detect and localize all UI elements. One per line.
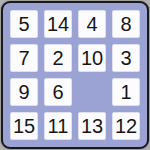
tile-14[interactable]: 14 (44, 10, 72, 38)
tile-6[interactable]: 6 (44, 78, 72, 106)
puzzle-grid: 514487210396115111312 (3, 3, 147, 147)
tile-11[interactable]: 11 (44, 112, 72, 140)
tile-2[interactable]: 2 (44, 44, 72, 72)
tile-12[interactable]: 12 (112, 112, 140, 140)
tile-9[interactable]: 9 (10, 78, 38, 106)
tile-10[interactable]: 10 (78, 44, 106, 72)
tile-5[interactable]: 5 (10, 10, 38, 38)
puzzle-window: 514487210396115111312 (0, 0, 150, 150)
tile-1[interactable]: 1 (112, 78, 140, 106)
tile-8[interactable]: 8 (112, 10, 140, 38)
empty-cell (78, 78, 106, 106)
puzzle-board: 514487210396115111312 (1, 1, 149, 149)
tile-4[interactable]: 4 (78, 10, 106, 38)
tile-3[interactable]: 3 (112, 44, 140, 72)
tile-7[interactable]: 7 (10, 44, 38, 72)
tile-15[interactable]: 15 (10, 112, 38, 140)
tile-13[interactable]: 13 (78, 112, 106, 140)
